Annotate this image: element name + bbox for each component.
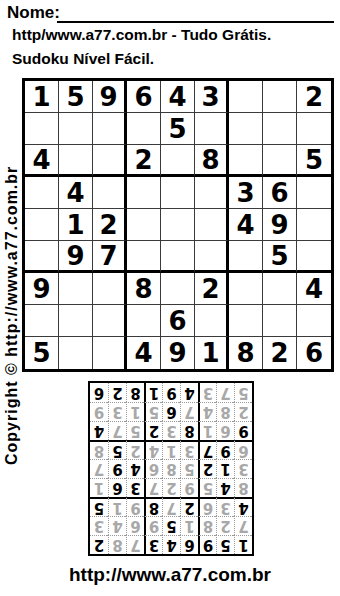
puzzle-cell-r9c5: 9 xyxy=(161,337,195,369)
puzzle-cell-r5c6 xyxy=(195,209,229,241)
solution-cell-r3c4: 2 xyxy=(180,497,198,516)
solution-cell-r9c5: 9 xyxy=(162,383,180,402)
puzzle-cell-r8c9 xyxy=(297,305,331,337)
solution-cell-r5c4: 5 xyxy=(180,459,198,478)
puzzle-cell-r7c4: 8 xyxy=(127,273,161,305)
solution-cell-r8c7: 1 xyxy=(126,402,144,421)
puzzle-cell-r2c8 xyxy=(263,113,297,145)
solution-cell-r5c9: 7 xyxy=(90,459,108,478)
puzzle-cell-r4c1 xyxy=(25,177,59,209)
puzzle-cell-r6c6 xyxy=(195,241,229,273)
solution-cell-r7c5: 3 xyxy=(162,421,180,440)
puzzle-cell-r2c3 xyxy=(93,113,127,145)
solution-cell-r2c4: 1 xyxy=(180,516,198,535)
solution-cell-r7c4: 8 xyxy=(180,421,198,440)
puzzle-cell-r2c6 xyxy=(195,113,229,145)
puzzle-cell-r7c6: 2 xyxy=(195,273,229,305)
solution-cell-r4c9: 1 xyxy=(90,478,108,497)
puzzle-cell-r4c7: 3 xyxy=(229,177,263,209)
puzzle-cell-r5c8: 9 xyxy=(263,209,297,241)
solution-cell-r2c8: 4 xyxy=(108,516,126,535)
solution-cell-r2c3: 8 xyxy=(198,516,216,535)
solution-cell-r7c7: 5 xyxy=(126,421,144,440)
puzzle-cell-r9c6: 1 xyxy=(195,337,229,369)
solution-cell-r7c1: 9 xyxy=(234,421,252,440)
puzzle-cell-r3c2 xyxy=(59,145,93,177)
solution-cell-r6c3: 7 xyxy=(198,440,216,459)
puzzle-cell-r1c8 xyxy=(263,81,297,113)
solution-cell-r5c7: 4 xyxy=(126,459,144,478)
solution-cell-r8c2: 8 xyxy=(216,402,234,421)
puzzle-cell-r5c4 xyxy=(127,209,161,241)
solution-cell-r3c3: 6 xyxy=(198,497,216,516)
solution-cell-r1c4: 6 xyxy=(180,535,198,554)
site-title: http/www.a77.com.br - Tudo Grátis. xyxy=(12,26,271,44)
solution-cell-r6c1: 6 xyxy=(234,440,252,459)
puzzle-cell-r1c4: 6 xyxy=(127,81,161,113)
puzzle-cell-r4c5 xyxy=(161,177,195,209)
puzzle-cell-r6c2: 9 xyxy=(59,241,93,273)
solution-cell-r8c9: 9 xyxy=(90,402,108,421)
puzzle-cell-r9c8: 2 xyxy=(263,337,297,369)
solution-cell-r5c2: 1 xyxy=(216,459,234,478)
solution-cell-r6c6: 4 xyxy=(144,440,162,459)
puzzle-cell-r4c4 xyxy=(127,177,161,209)
puzzle-cell-r8c4 xyxy=(127,305,161,337)
puzzle-cell-r3c6: 8 xyxy=(195,145,229,177)
puzzle-cell-r7c1: 9 xyxy=(25,273,59,305)
solution-cell-r9c4: 4 xyxy=(180,383,198,402)
puzzle-cell-r6c9 xyxy=(297,241,331,273)
puzzle-cell-r5c5 xyxy=(161,209,195,241)
solution-cell-r8c3: 4 xyxy=(198,402,216,421)
puzzle-cell-r8c3 xyxy=(93,305,127,337)
puzzle-cell-r9c7: 8 xyxy=(229,337,263,369)
solution-cell-r4c5: 2 xyxy=(162,478,180,497)
solution-cell-r1c8: 8 xyxy=(108,535,126,554)
puzzle-cell-r4c3 xyxy=(93,177,127,209)
solution-cell-r4c7: 3 xyxy=(126,478,144,497)
solution-cell-r8c5: 6 xyxy=(162,402,180,421)
puzzle-cell-r6c5 xyxy=(161,241,195,273)
solution-cell-r4c8: 6 xyxy=(108,478,126,497)
puzzle-cell-r5c9 xyxy=(297,209,331,241)
solution-cell-r3c6: 8 xyxy=(144,497,162,516)
solution-cell-r3c1: 4 xyxy=(234,497,252,516)
puzzle-cell-r8c1 xyxy=(25,305,59,337)
puzzle-cell-r4c9 xyxy=(297,177,331,209)
puzzle-cell-r1c6: 3 xyxy=(195,81,229,113)
solution-cell-r8c6: 5 xyxy=(144,402,162,421)
solution-cell-r5c3: 2 xyxy=(198,459,216,478)
solution-cell-r9c3: 3 xyxy=(198,383,216,402)
sudoku-puzzle-grid: 1596432542854361249975982465491826 xyxy=(22,78,334,372)
puzzle-cell-r1c7 xyxy=(229,81,263,113)
solution-cell-r9c8: 2 xyxy=(108,383,126,402)
puzzle-cell-r3c3 xyxy=(93,145,127,177)
solution-cell-r5c1: 3 xyxy=(234,459,252,478)
solution-cell-r5c8: 9 xyxy=(108,459,126,478)
solution-cell-r3c9: 5 xyxy=(90,497,108,516)
solution-cell-r1c7: 7 xyxy=(126,535,144,554)
puzzle-cell-r6c7 xyxy=(229,241,263,273)
puzzle-cell-r9c9: 6 xyxy=(297,337,331,369)
solution-cell-r7c6: 2 xyxy=(144,421,162,440)
puzzle-cell-r4c8: 6 xyxy=(263,177,297,209)
puzzle-cell-r2c5: 5 xyxy=(161,113,195,145)
solution-cell-r6c8: 5 xyxy=(108,440,126,459)
solution-cell-r5c6: 6 xyxy=(144,459,162,478)
puzzle-cell-r2c1 xyxy=(25,113,59,145)
solution-cell-r7c9: 4 xyxy=(90,421,108,440)
name-underline xyxy=(57,21,334,23)
solution-cell-r9c1: 5 xyxy=(234,383,252,402)
solution-cell-r5c5: 8 xyxy=(162,459,180,478)
puzzle-cell-r3c4: 2 xyxy=(127,145,161,177)
solution-cell-r9c9: 6 xyxy=(90,383,108,402)
solution-cell-r2c2: 2 xyxy=(216,516,234,535)
solution-cell-r6c9: 8 xyxy=(90,440,108,459)
puzzle-cell-r3c8 xyxy=(263,145,297,177)
solution-cell-r3c8: 1 xyxy=(108,497,126,516)
puzzle-cell-r6c8: 5 xyxy=(263,241,297,273)
solution-cell-r1c1: 1 xyxy=(234,535,252,554)
solution-cell-r4c2: 4 xyxy=(216,478,234,497)
solution-cell-r7c3: 1 xyxy=(198,421,216,440)
puzzle-cell-r3c9: 5 xyxy=(297,145,331,177)
puzzle-cell-r5c1 xyxy=(25,209,59,241)
puzzle-cell-r9c2 xyxy=(59,337,93,369)
solution-cell-r9c7: 8 xyxy=(126,383,144,402)
solution-cell-r6c4: 3 xyxy=(180,440,198,459)
puzzle-cell-r9c1: 5 xyxy=(25,337,59,369)
puzzle-cell-r9c4: 4 xyxy=(127,337,161,369)
puzzle-cell-r6c3: 7 xyxy=(93,241,127,273)
footer-url: http://www.a77.com.br xyxy=(0,564,340,586)
puzzle-cell-r7c9: 4 xyxy=(297,273,331,305)
puzzle-cell-r5c3: 2 xyxy=(93,209,127,241)
puzzle-cell-r7c8 xyxy=(263,273,297,305)
puzzle-cell-r1c9: 2 xyxy=(297,81,331,113)
solution-cell-r9c6: 1 xyxy=(144,383,162,402)
solution-cell-r3c5: 7 xyxy=(162,497,180,516)
puzzle-cell-r1c3: 9 xyxy=(93,81,127,113)
solution-cell-r8c4: 7 xyxy=(180,402,198,421)
puzzle-cell-r8c5: 6 xyxy=(161,305,195,337)
name-label: Nome: xyxy=(7,3,60,23)
solution-cell-r2c9: 3 xyxy=(90,516,108,535)
solution-cell-r7c8: 7 xyxy=(108,421,126,440)
solution-cell-r3c2: 3 xyxy=(216,497,234,516)
puzzle-cell-r4c2: 4 xyxy=(59,177,93,209)
solution-cell-r2c6: 9 xyxy=(144,516,162,535)
puzzle-cell-r8c7 xyxy=(229,305,263,337)
solution-cell-r2c5: 5 xyxy=(162,516,180,535)
puzzle-cell-r5c7: 4 xyxy=(229,209,263,241)
difficulty-title: Sudoku Nível Fácil. xyxy=(12,50,154,68)
solution-cell-r1c3: 9 xyxy=(198,535,216,554)
puzzle-cell-r2c2 xyxy=(59,113,93,145)
solution-cell-r8c8: 3 xyxy=(108,402,126,421)
puzzle-cell-r1c2: 5 xyxy=(59,81,93,113)
solution-cell-r4c1: 8 xyxy=(234,478,252,497)
puzzle-cell-r2c7 xyxy=(229,113,263,145)
solution-cell-r4c3: 5 xyxy=(198,478,216,497)
solution-cell-r7c2: 6 xyxy=(216,421,234,440)
solution-cell-r1c2: 5 xyxy=(216,535,234,554)
puzzle-cell-r5c2: 1 xyxy=(59,209,93,241)
solution-cell-r2c7: 6 xyxy=(126,516,144,535)
puzzle-cell-r8c8 xyxy=(263,305,297,337)
puzzle-cell-r7c2 xyxy=(59,273,93,305)
puzzle-cell-r8c2 xyxy=(59,305,93,337)
puzzle-cell-r3c5 xyxy=(161,145,195,177)
solution-cell-r6c5: 1 xyxy=(162,440,180,459)
solution-cell-r2c1: 7 xyxy=(234,516,252,535)
puzzle-cell-r1c1: 1 xyxy=(25,81,59,113)
solution-cell-r6c2: 9 xyxy=(216,440,234,459)
puzzle-cell-r2c9 xyxy=(297,113,331,145)
solution-cell-r6c7: 2 xyxy=(126,440,144,459)
solution-cell-r1c5: 4 xyxy=(162,535,180,554)
puzzle-cell-r7c7 xyxy=(229,273,263,305)
puzzle-cell-r7c3 xyxy=(93,273,127,305)
sudoku-solution-grid-rotated: 1596437827281596434362789158459273613125… xyxy=(88,381,254,556)
solution-cell-r8c1: 2 xyxy=(234,402,252,421)
puzzle-cell-r6c1 xyxy=(25,241,59,273)
puzzle-cell-r1c5: 4 xyxy=(161,81,195,113)
puzzle-cell-r8c6 xyxy=(195,305,229,337)
puzzle-cell-r7c5 xyxy=(161,273,195,305)
puzzle-cell-r3c1: 4 xyxy=(25,145,59,177)
puzzle-cell-r2c4 xyxy=(127,113,161,145)
puzzle-cell-r6c4 xyxy=(127,241,161,273)
puzzle-cell-r9c3 xyxy=(93,337,127,369)
solution-cell-r3c7: 9 xyxy=(126,497,144,516)
solution-cell-r9c2: 7 xyxy=(216,383,234,402)
solution-cell-r1c6: 3 xyxy=(144,535,162,554)
puzzle-cell-r3c7 xyxy=(229,145,263,177)
solution-cell-r4c6: 7 xyxy=(144,478,162,497)
copyright-vertical-text: Copyright © http://www.a77.com.br xyxy=(3,65,21,465)
solution-cell-r1c9: 2 xyxy=(90,535,108,554)
puzzle-cell-r4c6 xyxy=(195,177,229,209)
solution-cell-r4c4: 9 xyxy=(180,478,198,497)
